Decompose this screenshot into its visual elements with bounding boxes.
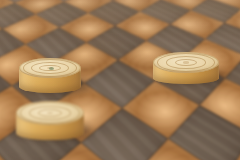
piece-center-dimple: [183, 61, 190, 63]
piece-top-face: [16, 101, 84, 125]
checker-piece-light-man[interactable]: [16, 101, 84, 160]
checker-piece-light-man[interactable]: [153, 52, 219, 105]
green-fleck-detail: [49, 67, 54, 70]
piece-top-face: [153, 52, 219, 73]
piece-top-face: [19, 58, 81, 78]
checkers-photo-scene: Checkers (Draughts): [0, 0, 240, 160]
